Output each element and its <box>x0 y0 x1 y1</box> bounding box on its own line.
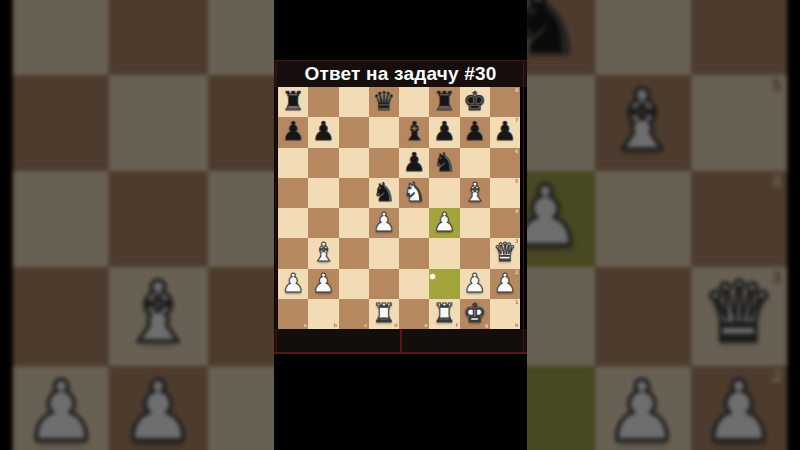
white-pawn: ♟ <box>605 368 680 450</box>
video-strip[interactable]: Ответ на задачу #30 ♜♛♜♚8♟♟♝♟♟♟7♟♞6♞♞♝5♟… <box>274 0 527 450</box>
square-a8[interactable]: ♜ <box>278 87 308 117</box>
accent-line-left <box>275 61 277 352</box>
square-f6[interactable]: ♞ <box>429 148 459 178</box>
white-pawn: ♟ <box>281 270 304 296</box>
square-e2[interactable] <box>399 269 429 299</box>
square-g4 <box>594 171 691 268</box>
black-bishop: ♝ <box>402 118 425 144</box>
square-d3[interactable] <box>369 238 399 268</box>
white-rook: ♜ <box>433 300 456 326</box>
black-pawn: ♟ <box>312 118 335 144</box>
rank-label-8: 8 <box>515 88 518 93</box>
square-g2: ♟ <box>594 365 691 450</box>
square-h4: 4 <box>690 171 787 268</box>
white-pawn: ♟ <box>433 209 456 235</box>
square-d6[interactable] <box>369 148 399 178</box>
black-pawn: ♟ <box>281 118 304 144</box>
square-d8[interactable]: ♛ <box>369 87 399 117</box>
square-b2: ♟ <box>110 365 207 450</box>
accent-divider <box>400 329 402 352</box>
square-b5 <box>110 74 207 171</box>
black-pawn: ♟ <box>493 118 516 144</box>
black-rook: ♜ <box>433 88 456 114</box>
square-c2[interactable] <box>339 269 369 299</box>
square-a6 <box>13 0 110 74</box>
square-h6[interactable]: 6 <box>490 148 520 178</box>
square-a5 <box>13 74 110 171</box>
square-a2[interactable]: ♟ <box>278 269 308 299</box>
square-a1[interactable]: a <box>278 299 308 329</box>
square-a4 <box>13 171 110 268</box>
square-h3[interactable]: ♛3 <box>490 238 520 268</box>
white-queen: ♛ <box>702 271 777 354</box>
square-a5[interactable] <box>278 178 308 208</box>
black-king: ♚ <box>463 88 486 114</box>
square-b3[interactable]: ♝ <box>308 238 338 268</box>
white-pawn: ♟ <box>493 270 516 296</box>
square-a2: ♟ <box>13 365 110 450</box>
square-d5[interactable]: ♞ <box>369 178 399 208</box>
square-h2: ♟2 <box>690 365 787 450</box>
accent-line-bottom <box>274 352 527 354</box>
square-b1[interactable]: b <box>308 299 338 329</box>
square-h8[interactable]: 8 <box>490 87 520 117</box>
square-g4[interactable] <box>460 208 490 238</box>
black-knight: ♞ <box>433 149 456 175</box>
square-c6[interactable] <box>339 148 369 178</box>
white-pawn: ♟ <box>372 209 395 235</box>
file-label-e: e <box>424 323 427 328</box>
lower-panel <box>274 329 527 352</box>
cursor-dot <box>430 274 435 279</box>
square-h6: 6 <box>690 0 787 74</box>
square-c7[interactable] <box>339 117 369 147</box>
square-h5: 5 <box>690 74 787 171</box>
square-a4[interactable] <box>278 208 308 238</box>
square-f3[interactable] <box>429 238 459 268</box>
rank-label-1: 1 <box>515 300 518 305</box>
file-label-a: a <box>303 323 306 328</box>
square-h7[interactable]: ♟7 <box>490 117 520 147</box>
black-pawn: ♟ <box>463 118 486 144</box>
square-c5[interactable] <box>339 178 369 208</box>
white-pawn: ♟ <box>312 270 335 296</box>
square-f1[interactable]: ♜f <box>429 299 459 329</box>
square-e3[interactable] <box>399 238 429 268</box>
square-d7[interactable] <box>369 117 399 147</box>
black-queen: ♛ <box>372 88 395 114</box>
square-h1[interactable]: 1h <box>490 299 520 329</box>
white-bishop: ♝ <box>605 78 680 161</box>
rank-label-4: 4 <box>515 209 518 214</box>
square-c1[interactable]: c <box>339 299 369 329</box>
square-f8[interactable]: ♜ <box>429 87 459 117</box>
white-pawn: ♟ <box>702 368 777 450</box>
white-king: ♚ <box>463 300 486 326</box>
square-g5: ♝ <box>594 74 691 171</box>
white-pawn: ♟ <box>121 368 196 450</box>
white-bishop: ♝ <box>121 271 196 354</box>
square-a7[interactable]: ♟ <box>278 117 308 147</box>
file-label-g: g <box>485 323 489 328</box>
square-c3[interactable] <box>339 238 369 268</box>
rank-label-6: 6 <box>515 149 518 154</box>
square-c4[interactable] <box>339 208 369 238</box>
rank-label-3: 3 <box>771 271 782 287</box>
white-bishop: ♝ <box>312 239 335 265</box>
square-g5[interactable]: ♝ <box>460 178 490 208</box>
square-a6[interactable] <box>278 148 308 178</box>
white-queen: ♛ <box>493 239 516 265</box>
rank-label-7: 7 <box>515 118 518 123</box>
square-g3[interactable] <box>460 238 490 268</box>
chess-board: ♜♛♜♚8♟♟♝♟♟♟7♟♞6♞♞♝5♟♟4♝♛3♟♟♟♟2abc♜de♜f♚g… <box>278 87 520 329</box>
square-e4[interactable] <box>399 208 429 238</box>
black-knight: ♞ <box>372 179 395 205</box>
square-f4[interactable]: ♟ <box>429 208 459 238</box>
rank-label-5: 5 <box>515 179 518 184</box>
video-title: Ответ на задачу #30 <box>274 60 527 87</box>
square-g1[interactable]: ♚g <box>460 299 490 329</box>
rank-label-3: 3 <box>515 239 518 244</box>
file-label-c: c <box>364 323 367 328</box>
white-rook: ♜ <box>372 300 395 326</box>
square-g8[interactable]: ♚ <box>460 87 490 117</box>
square-f5[interactable] <box>429 178 459 208</box>
black-rook: ♜ <box>281 88 304 114</box>
square-b3: ♝ <box>110 268 207 365</box>
square-b6 <box>110 0 207 74</box>
square-d2[interactable] <box>369 269 399 299</box>
square-e8[interactable] <box>399 87 429 117</box>
square-b5[interactable] <box>308 178 338 208</box>
rank-label-5: 5 <box>771 77 782 93</box>
white-bishop: ♝ <box>463 179 486 205</box>
square-d4[interactable]: ♟ <box>369 208 399 238</box>
square-e6[interactable]: ♟ <box>399 148 429 178</box>
video-frame[interactable]: ♜♛♜♚8♟♟♝♟♟♟7♟♞6♞♞♝5♟♟4♝♛3♟♟♟♟2abc♜de♜f♚g… <box>0 0 800 450</box>
file-label-f: f <box>456 323 458 328</box>
board-area: ♜♛♜♚8♟♟♝♟♟♟7♟♞6♞♞♝5♟♟4♝♛3♟♟♟♟2abc♜de♜f♚g… <box>278 87 520 329</box>
rank-label-4: 4 <box>771 174 782 190</box>
square-a3 <box>13 268 110 365</box>
square-h5[interactable]: 5 <box>490 178 520 208</box>
square-h2[interactable]: ♟2 <box>490 269 520 299</box>
square-g2[interactable]: ♟ <box>460 269 490 299</box>
square-g3 <box>594 268 691 365</box>
square-b8[interactable] <box>308 87 338 117</box>
rank-label-2: 2 <box>515 270 518 275</box>
file-label-h: h <box>515 323 519 328</box>
square-g7[interactable]: ♟ <box>460 117 490 147</box>
square-h3: ♛3 <box>690 268 787 365</box>
square-b4[interactable] <box>308 208 338 238</box>
black-pawn: ♟ <box>433 118 456 144</box>
black-pawn: ♟ <box>402 149 425 175</box>
square-h4[interactable]: 4 <box>490 208 520 238</box>
rank-label-2: 2 <box>771 368 782 384</box>
square-a3[interactable] <box>278 238 308 268</box>
square-e7[interactable]: ♝ <box>399 117 429 147</box>
square-b6[interactable] <box>308 148 338 178</box>
white-knight: ♞ <box>402 179 425 205</box>
square-f2[interactable] <box>429 269 459 299</box>
square-g6 <box>594 0 691 74</box>
square-f7[interactable]: ♟ <box>429 117 459 147</box>
square-g6[interactable] <box>460 148 490 178</box>
square-e5[interactable]: ♞ <box>399 178 429 208</box>
white-pawn: ♟ <box>24 368 99 450</box>
square-d1[interactable]: ♜d <box>369 299 399 329</box>
square-b2[interactable]: ♟ <box>308 269 338 299</box>
square-c8[interactable] <box>339 87 369 117</box>
file-label-b: b <box>333 323 337 328</box>
square-b7[interactable]: ♟ <box>308 117 338 147</box>
square-b4 <box>110 171 207 268</box>
file-label-d: d <box>394 323 398 328</box>
square-e1[interactable]: e <box>399 299 429 329</box>
white-pawn: ♟ <box>463 270 486 296</box>
accent-line-right <box>523 61 525 352</box>
